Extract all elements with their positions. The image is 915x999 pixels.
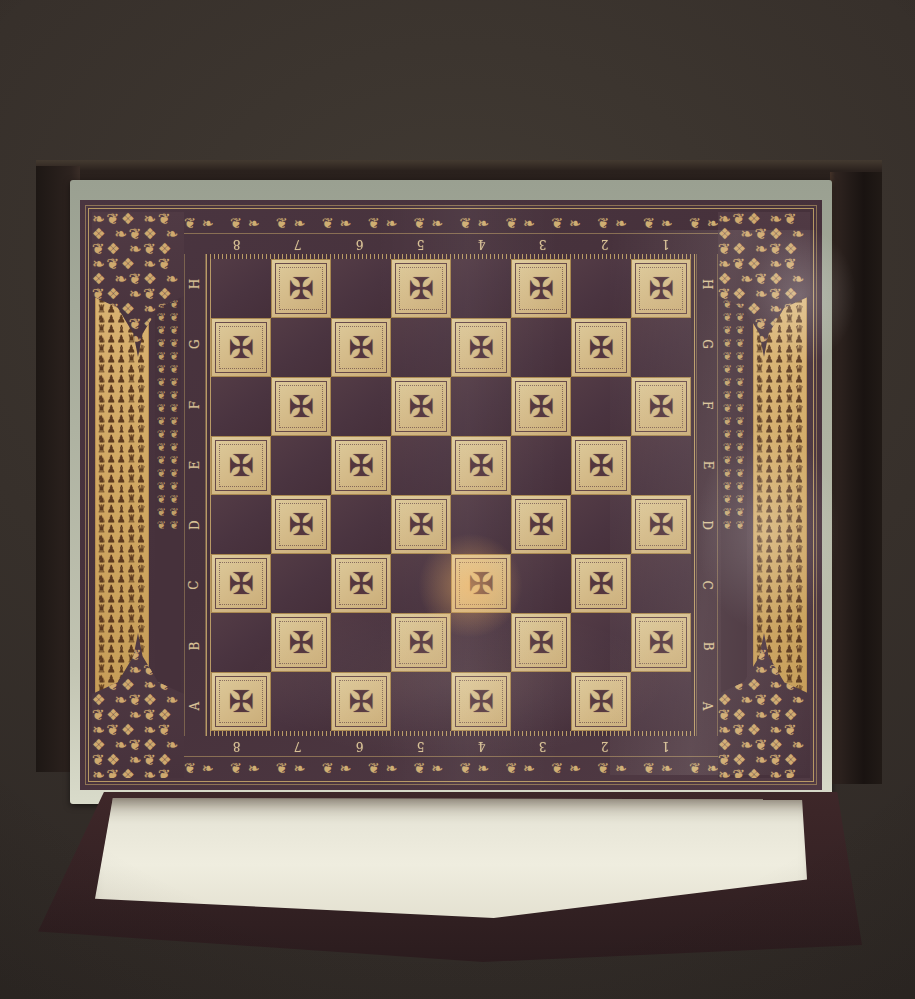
square-d2 bbox=[571, 495, 631, 554]
square-medallion-ornament: ✠ bbox=[408, 392, 433, 422]
square-c7 bbox=[271, 554, 331, 613]
rank-label: 8 bbox=[206, 739, 267, 753]
square-medallion-ornament: ✠ bbox=[648, 392, 673, 422]
rank-label: 2 bbox=[574, 237, 635, 251]
square-medallion-ornament: ✠ bbox=[348, 569, 373, 599]
square-d6 bbox=[331, 495, 391, 554]
square-medallion-ornament: ✠ bbox=[468, 333, 493, 363]
rank-label: 1 bbox=[635, 237, 696, 251]
rank-label: 3 bbox=[512, 739, 573, 753]
square-medallion-ornament: ✠ bbox=[348, 333, 373, 363]
square-b3: ✠ bbox=[511, 613, 571, 672]
square-e5 bbox=[391, 436, 451, 495]
square-h4 bbox=[451, 259, 511, 318]
square-b4 bbox=[451, 613, 511, 672]
rank-label: 4 bbox=[451, 739, 512, 753]
square-h3: ✠ bbox=[511, 259, 571, 318]
side-panel-left: ♜♟♝♟♛♞♟♟♜♟♜♟♝♟♛♞♟♟♜♟♜♟♝♟♛♞♟♟♜♟♜♟♝♟♛♞♟♟♜♟… bbox=[92, 212, 184, 778]
square-medallion-ornament: ✠ bbox=[528, 510, 553, 540]
square-a3 bbox=[511, 672, 571, 731]
square-e2: ✠ bbox=[571, 436, 631, 495]
square-a7 bbox=[271, 672, 331, 731]
grid-hatch-frame: ✠✠✠✠✠✠✠✠✠✠✠✠✠✠✠✠✠✠✠✠✠✠✠✠✠✠✠✠✠✠✠✠ bbox=[206, 254, 696, 736]
square-e7 bbox=[271, 436, 331, 495]
square-f2 bbox=[571, 377, 631, 436]
square-c5 bbox=[391, 554, 451, 613]
square-f8 bbox=[211, 377, 271, 436]
square-a6: ✠ bbox=[331, 672, 391, 731]
chess-board: ♜♟♝♟♛♞♟♟♜♟♜♟♝♟♛♞♟♟♜♟♜♟♝♟♛♞♟♟♜♟♜♟♝♟♛♞♟♟♜♟… bbox=[80, 200, 822, 790]
square-g8: ✠ bbox=[211, 318, 271, 377]
square-medallion-ornament: ✠ bbox=[288, 392, 313, 422]
file-labels-left: HGFEDCBA bbox=[184, 254, 206, 736]
square-medallion-ornament: ✠ bbox=[468, 569, 493, 599]
rank-label: 6 bbox=[329, 739, 390, 753]
square-d4 bbox=[451, 495, 511, 554]
square-c6: ✠ bbox=[331, 554, 391, 613]
square-medallion-ornament: ✠ bbox=[408, 628, 433, 658]
square-medallion-ornament: ✠ bbox=[348, 451, 373, 481]
square-medallion-ornament: ✠ bbox=[288, 274, 313, 304]
square-a1 bbox=[631, 672, 691, 731]
square-medallion-ornament: ✠ bbox=[408, 274, 433, 304]
square-e6: ✠ bbox=[331, 436, 391, 495]
square-d7: ✠ bbox=[271, 495, 331, 554]
square-a2: ✠ bbox=[571, 672, 631, 731]
square-c4: ✠ bbox=[451, 554, 511, 613]
square-medallion-ornament: ✠ bbox=[588, 451, 613, 481]
board-grid: ✠✠✠✠✠✠✠✠✠✠✠✠✠✠✠✠✠✠✠✠✠✠✠✠✠✠✠✠✠✠✠✠ bbox=[211, 259, 691, 731]
square-f4 bbox=[451, 377, 511, 436]
square-medallion-ornament: ✠ bbox=[468, 451, 493, 481]
square-f6 bbox=[331, 377, 391, 436]
square-medallion-ornament: ✠ bbox=[408, 510, 433, 540]
square-c1 bbox=[631, 554, 691, 613]
square-c3 bbox=[511, 554, 571, 613]
square-g4: ✠ bbox=[451, 318, 511, 377]
square-d8 bbox=[211, 495, 271, 554]
square-a5 bbox=[391, 672, 451, 731]
square-medallion-ornament: ✠ bbox=[648, 274, 673, 304]
square-h7: ✠ bbox=[271, 259, 331, 318]
square-d3: ✠ bbox=[511, 495, 571, 554]
square-medallion-ornament: ✠ bbox=[228, 569, 253, 599]
rank-label: 5 bbox=[390, 739, 451, 753]
square-medallion-ornament: ✠ bbox=[468, 687, 493, 717]
square-g5 bbox=[391, 318, 451, 377]
square-medallion-ornament: ✠ bbox=[348, 687, 373, 717]
square-b8 bbox=[211, 613, 271, 672]
rank-labels-bottom: 87654321 bbox=[206, 736, 696, 756]
square-a4: ✠ bbox=[451, 672, 511, 731]
square-medallion-ornament: ✠ bbox=[228, 451, 253, 481]
square-b7: ✠ bbox=[271, 613, 331, 672]
square-g2: ✠ bbox=[571, 318, 631, 377]
scroll-ornament-band-bottom: ❦❧ ❦❧ ❦❧ ❦❧ ❦❧ ❦❧ ❦❧ ❦❧ ❦❧ ❦❧ ❦❧ ❦❧ ❦❧ ❦… bbox=[184, 756, 718, 778]
square-h6 bbox=[331, 259, 391, 318]
square-medallion-ornament: ✠ bbox=[588, 333, 613, 363]
square-f3: ✠ bbox=[511, 377, 571, 436]
rank-label: 5 bbox=[390, 237, 451, 251]
rank-label: 1 bbox=[635, 739, 696, 753]
square-c2: ✠ bbox=[571, 554, 631, 613]
square-g6: ✠ bbox=[331, 318, 391, 377]
square-g1 bbox=[631, 318, 691, 377]
square-e4: ✠ bbox=[451, 436, 511, 495]
square-d1: ✠ bbox=[631, 495, 691, 554]
square-e3 bbox=[511, 436, 571, 495]
rank-label: 4 bbox=[451, 237, 512, 251]
square-e1 bbox=[631, 436, 691, 495]
square-h5: ✠ bbox=[391, 259, 451, 318]
rank-label: 8 bbox=[206, 237, 267, 251]
rank-label: 7 bbox=[267, 237, 328, 251]
square-h1: ✠ bbox=[631, 259, 691, 318]
rank-label: 6 bbox=[329, 237, 390, 251]
square-f1: ✠ bbox=[631, 377, 691, 436]
square-g3 bbox=[511, 318, 571, 377]
square-medallion-ornament: ✠ bbox=[588, 569, 613, 599]
square-f7: ✠ bbox=[271, 377, 331, 436]
square-medallion-ornament: ✠ bbox=[528, 274, 553, 304]
square-b1: ✠ bbox=[631, 613, 691, 672]
square-b5: ✠ bbox=[391, 613, 451, 672]
square-c8: ✠ bbox=[211, 554, 271, 613]
square-b6 bbox=[331, 613, 391, 672]
square-a8: ✠ bbox=[211, 672, 271, 731]
square-medallion-ornament: ✠ bbox=[648, 510, 673, 540]
rank-label: 7 bbox=[267, 739, 328, 753]
rank-label: 2 bbox=[574, 739, 635, 753]
square-medallion-ornament: ✠ bbox=[228, 687, 253, 717]
photo-scene: ♜♟♝♟♛♞♟♟♜♟♜♟♝♟♛♞♟♟♜♟♜♟♝♟♛♞♟♟♜♟♜♟♝♟♛♞♟♟♜♟… bbox=[0, 0, 915, 999]
square-g7 bbox=[271, 318, 331, 377]
rank-label: 3 bbox=[512, 237, 573, 251]
box-wall-right bbox=[830, 172, 882, 784]
square-medallion-ornament: ✠ bbox=[648, 628, 673, 658]
square-medallion-ornament: ✠ bbox=[588, 687, 613, 717]
square-d5: ✠ bbox=[391, 495, 451, 554]
square-e8: ✠ bbox=[211, 436, 271, 495]
square-h2 bbox=[571, 259, 631, 318]
square-f5: ✠ bbox=[391, 377, 451, 436]
scroll-ornament-band-top: ❦❧ ❦❧ ❦❧ ❦❧ ❦❧ ❦❧ ❦❧ ❦❧ ❦❧ ❦❧ ❦❧ ❦❧ ❦❧ ❦… bbox=[184, 212, 718, 234]
square-medallion-ornament: ✠ bbox=[288, 510, 313, 540]
square-medallion-ornament: ✠ bbox=[528, 628, 553, 658]
square-medallion-ornament: ✠ bbox=[528, 392, 553, 422]
square-medallion-ornament: ✠ bbox=[288, 628, 313, 658]
square-medallion-ornament: ✠ bbox=[228, 333, 253, 363]
side-panel-right: ♜♟♝♟♛♞♟♟♜♟♜♟♝♟♛♞♟♟♜♟♜♟♝♟♛♞♟♟♜♟♜♟♝♟♛♞♟♟♜♟… bbox=[718, 212, 810, 778]
file-labels-right: HGFEDCBA bbox=[696, 254, 718, 736]
square-h8 bbox=[211, 259, 271, 318]
square-b2 bbox=[571, 613, 631, 672]
rank-labels-top: 87654321 bbox=[206, 234, 696, 254]
